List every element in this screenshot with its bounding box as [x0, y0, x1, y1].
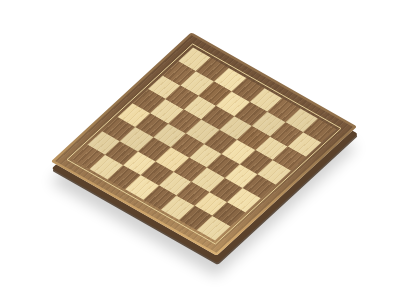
photo-scene — [0, 0, 400, 300]
playing-field — [72, 47, 336, 240]
chess-board — [51, 32, 357, 256]
board-bevel-edge — [51, 32, 357, 256]
maple-inlay-line — [66, 43, 341, 244]
board-walnut-frame — [55, 35, 353, 252]
